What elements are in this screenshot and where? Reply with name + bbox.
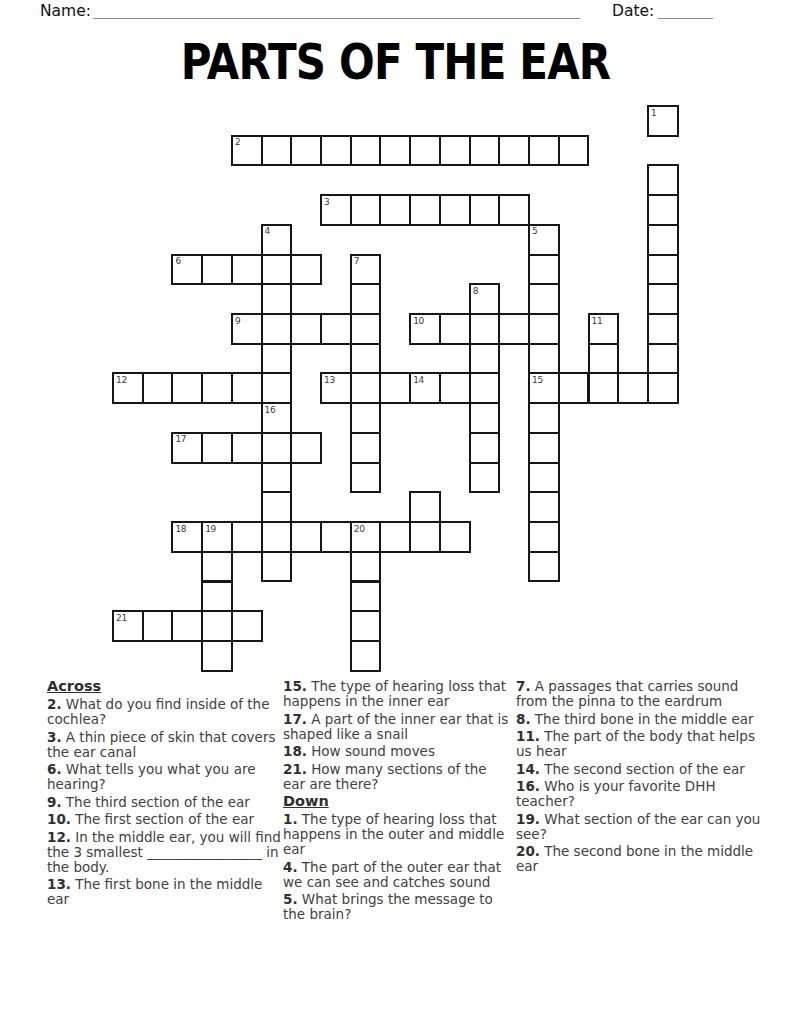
grid-cell-r1c8[interactable]	[350, 135, 382, 167]
cell-number-21: 21	[116, 613, 127, 623]
clue-number: 9.	[47, 794, 62, 810]
grid-cell-r14c7[interactable]	[320, 521, 352, 553]
grid-cell-r16c3[interactable]	[201, 581, 233, 613]
grid-cell-r7c18[interactable]	[647, 313, 679, 345]
clue-text: The type of hearing loss that happens in…	[283, 811, 504, 857]
clue-down-8: 8. The third bone in the middle ear	[516, 712, 774, 727]
grid-cell-r5c14[interactable]	[528, 254, 560, 286]
cell-number-2: 2	[235, 137, 240, 147]
grid-cell-r14c14[interactable]	[528, 521, 560, 553]
grid-cell-r1c11[interactable]	[439, 135, 471, 167]
grid-cell-r1c15[interactable]	[558, 135, 590, 167]
crossword-grid: 123456789101112131415161718192021	[113, 106, 679, 672]
grid-cell-r6c5[interactable]	[261, 283, 293, 315]
grid-cell-r2c18[interactable]	[647, 164, 679, 196]
clue-column-2: 15. The type of hearing loss that happen…	[283, 679, 513, 925]
grid-cell-r9c12[interactable]	[469, 372, 501, 404]
grid-cell-r9c10[interactable]: 14	[409, 372, 441, 404]
grid-cell-r7c6[interactable]	[290, 313, 322, 345]
grid-cell-r8c12[interactable]	[469, 343, 501, 375]
clue-text: The first section of the ear	[71, 811, 254, 827]
grid-cell-r5c5[interactable]	[261, 254, 293, 286]
clue-text: The part of the body that helps us hear	[516, 728, 755, 759]
grid-cell-r1c13[interactable]	[498, 135, 530, 167]
clue-number: 8.	[516, 711, 531, 727]
clue-number: 2.	[47, 696, 62, 712]
grid-cell-r17c3[interactable]	[201, 610, 233, 642]
clue-number: 3.	[47, 729, 62, 745]
grid-cell-r10c14[interactable]	[528, 402, 560, 434]
grid-cell-r10c8[interactable]	[350, 402, 382, 434]
clue-column-1: Across2. What do you find inside of the …	[47, 679, 281, 910]
grid-cell-r5c2[interactable]: 6	[171, 254, 203, 286]
grid-cell-r13c14[interactable]	[528, 491, 560, 523]
clue-across-15: 15. The type of hearing loss that happen…	[283, 679, 513, 709]
grid-cell-r9c15[interactable]	[558, 372, 590, 404]
cell-number-17: 17	[175, 434, 186, 444]
cell-number-14: 14	[413, 375, 424, 385]
grid-cell-r13c5[interactable]	[261, 491, 293, 523]
grid-cell-r11c2[interactable]: 17	[171, 432, 203, 464]
grid-cell-r17c2[interactable]	[171, 610, 203, 642]
grid-cell-r7c10[interactable]: 10	[409, 313, 441, 345]
grid-cell-r15c8[interactable]	[350, 551, 382, 583]
grid-cell-r12c14[interactable]	[528, 462, 560, 494]
clue-text: What do you find inside of the cochlea?	[47, 696, 269, 727]
grid-cell-r1c7[interactable]	[320, 135, 352, 167]
clue-text: The first bone in the middle ear	[47, 876, 262, 907]
grid-cell-r11c5[interactable]	[261, 432, 293, 464]
grid-cell-r7c16[interactable]: 11	[588, 313, 620, 345]
grid-cell-r1c4[interactable]: 2	[231, 135, 263, 167]
grid-cell-r9c7[interactable]: 13	[320, 372, 352, 404]
clue-text: A passages that carries sound from the p…	[516, 678, 738, 709]
clue-number: 11.	[516, 728, 540, 744]
grid-cell-r14c4[interactable]	[231, 521, 263, 553]
grid-cell-r7c14[interactable]	[528, 313, 560, 345]
grid-cell-r15c3[interactable]	[201, 551, 233, 583]
clue-number: 10.	[47, 811, 71, 827]
grid-cell-r15c5[interactable]	[261, 551, 293, 583]
grid-cell-r3c7[interactable]: 3	[320, 194, 352, 226]
cell-number-12: 12	[116, 375, 127, 385]
clue-across-2: 2. What do you find inside of the cochle…	[47, 697, 281, 727]
clue-number: 1.	[283, 811, 298, 827]
cell-number-8: 8	[473, 286, 478, 296]
grid-cell-r3c8[interactable]	[350, 194, 382, 226]
cell-number-15: 15	[532, 375, 543, 385]
grid-cell-r14c9[interactable]	[379, 521, 411, 553]
clue-across-10: 10. The first section of the ear	[47, 812, 281, 827]
grid-cell-r9c18[interactable]	[647, 372, 679, 404]
clue-text: What section of the ear can you see?	[516, 811, 760, 842]
clue-number: 14.	[516, 761, 540, 777]
clue-number: 5.	[283, 891, 298, 907]
grid-cell-r8c8[interactable]	[350, 343, 382, 375]
clue-across-6: 6. What tells you what you are hearing?	[47, 762, 281, 792]
grid-cell-r7c11[interactable]	[439, 313, 471, 345]
clue-down-4: 4. The part of the outer ear that we can…	[283, 860, 513, 890]
grid-cell-r14c3[interactable]: 19	[201, 521, 233, 553]
grid-cell-r12c12[interactable]	[469, 462, 501, 494]
clue-number: 18.	[283, 743, 307, 759]
page-title: PARTS OF THE EAR	[63, 33, 727, 91]
grid-cell-r8c18[interactable]	[647, 343, 679, 375]
grid-cell-r1c9[interactable]	[379, 135, 411, 167]
clue-across-17: 17. A part of the inner ear that is shap…	[283, 712, 513, 742]
cell-number-10: 10	[413, 316, 424, 326]
grid-cell-r3c13[interactable]	[498, 194, 530, 226]
grid-cell-r9c5[interactable]	[261, 372, 293, 404]
cell-number-1: 1	[651, 108, 656, 118]
clue-text: A thin piece of skin that covers the ear…	[47, 729, 275, 760]
clue-number: 7.	[516, 678, 531, 694]
cell-number-19: 19	[205, 524, 216, 534]
clue-column-3: 7. A passages that carries sound from th…	[516, 679, 774, 877]
clues-header-across: Across	[47, 679, 281, 694]
clue-number: 20.	[516, 843, 540, 859]
clue-down-5: 5. What brings the message to the brain?	[283, 892, 513, 922]
clue-across-18: 18. How sound moves	[283, 744, 513, 759]
clue-text: The second bone in the middle ear	[516, 843, 753, 874]
grid-cell-r11c3[interactable]	[201, 432, 233, 464]
grid-cell-r5c8[interactable]: 7	[350, 254, 382, 286]
clue-text: How many sections of the ear are there?	[283, 761, 487, 792]
grid-cell-r7c8[interactable]	[350, 313, 382, 345]
grid-cell-r8c16[interactable]	[588, 343, 620, 375]
grid-cell-r7c4[interactable]: 9	[231, 313, 263, 345]
grid-cell-r5c4[interactable]	[231, 254, 263, 286]
grid-cell-r14c11[interactable]	[439, 521, 471, 553]
clue-number: 4.	[283, 859, 298, 875]
grid-cell-r9c17[interactable]	[617, 372, 649, 404]
clue-across-3: 3. A thin piece of skin that covers the …	[47, 730, 281, 760]
clue-across-12: 12. In the middle ear, you will find the…	[47, 830, 281, 875]
clue-text: The type of hearing loss that happens in…	[283, 678, 506, 709]
clue-across-13: 13. The first bone in the middle ear	[47, 877, 281, 907]
grid-cell-r9c11[interactable]	[439, 372, 471, 404]
grid-cell-r1c10[interactable]	[409, 135, 441, 167]
clue-number: 13.	[47, 876, 71, 892]
grid-cell-r9c9[interactable]	[379, 372, 411, 404]
grid-cell-r3c12[interactable]	[469, 194, 501, 226]
clue-number: 17.	[283, 711, 307, 727]
grid-cell-r9c16[interactable]	[588, 372, 620, 404]
grid-cell-r1c5[interactable]	[261, 135, 293, 167]
grid-cell-r6c8[interactable]	[350, 283, 382, 315]
grid-cell-r5c3[interactable]	[201, 254, 233, 286]
grid-cell-r3c10[interactable]	[409, 194, 441, 226]
grid-cell-r14c6[interactable]	[290, 521, 322, 553]
clue-number: 15.	[283, 678, 307, 694]
cell-number-7: 7	[354, 256, 359, 266]
clue-text: What brings the message to the brain?	[283, 891, 493, 922]
grid-cell-r9c3[interactable]	[201, 372, 233, 404]
worksheet-page: Name: Date: PARTS OF THE EAR 12345678910…	[0, 0, 791, 1024]
grid-cell-r18c8[interactable]	[350, 640, 382, 672]
grid-cell-r5c18[interactable]	[647, 254, 679, 286]
grid-cell-r17c0[interactable]: 21	[112, 610, 144, 642]
grid-cell-r11c14[interactable]	[528, 432, 560, 464]
grid-cell-r13c10[interactable]	[409, 491, 441, 523]
cell-number-9: 9	[235, 316, 240, 326]
grid-cell-r16c8[interactable]	[350, 581, 382, 613]
grid-cell-r9c0[interactable]: 12	[112, 372, 144, 404]
grid-cell-r0c18[interactable]: 1	[647, 105, 679, 137]
grid-cell-r7c12[interactable]	[469, 313, 501, 345]
name-write-line[interactable]	[93, 2, 580, 19]
grid-cell-r8c5[interactable]	[261, 343, 293, 375]
grid-cell-r17c4[interactable]	[231, 610, 263, 642]
grid-cell-r4c5[interactable]: 4	[261, 224, 293, 256]
date-label: Date:	[612, 2, 654, 20]
clue-text: The third section of the ear	[62, 794, 250, 810]
grid-cell-r1c12[interactable]	[469, 135, 501, 167]
clue-down-19: 19. What section of the ear can you see?	[516, 812, 774, 842]
clue-number: 6.	[47, 761, 62, 777]
grid-cell-r9c4[interactable]	[231, 372, 263, 404]
grid-cell-r9c14[interactable]: 15	[528, 372, 560, 404]
grid-cell-r1c14[interactable]	[528, 135, 560, 167]
grid-cell-r7c7[interactable]	[320, 313, 352, 345]
clue-text: What tells you what you are hearing?	[47, 761, 256, 792]
name-label: Name:	[40, 2, 91, 20]
grid-cell-r11c12[interactable]	[469, 432, 501, 464]
clue-down-7: 7. A passages that carries sound from th…	[516, 679, 774, 709]
grid-cell-r14c10[interactable]	[409, 521, 441, 553]
clue-down-14: 14. The second section of the ear	[516, 762, 774, 777]
clue-text: A part of the inner ear that is shaped l…	[283, 711, 508, 742]
grid-cell-r10c12[interactable]	[469, 402, 501, 434]
clue-down-11: 11. The part of the body that helps us h…	[516, 729, 774, 759]
clue-text: In the middle ear, you will find the 3 s…	[47, 829, 281, 875]
grid-cell-r9c1[interactable]	[142, 372, 174, 404]
grid-cell-r5c6[interactable]	[290, 254, 322, 286]
cell-number-4: 4	[265, 226, 270, 236]
clue-text: Who is your favorite DHH teacher?	[516, 778, 716, 809]
grid-cell-r6c14[interactable]	[528, 283, 560, 315]
clue-number: 21.	[283, 761, 307, 777]
grid-cell-r11c8[interactable]	[350, 432, 382, 464]
clue-text: The part of the outer ear that we can se…	[283, 859, 501, 890]
clue-down-1: 1. The type of hearing loss that happens…	[283, 812, 513, 857]
grid-cell-r7c5[interactable]	[261, 313, 293, 345]
clue-number: 16.	[516, 778, 540, 794]
date-write-line[interactable]	[658, 2, 713, 19]
grid-cell-r4c18[interactable]	[647, 224, 679, 256]
grid-cell-r14c2[interactable]: 18	[171, 521, 203, 553]
grid-cell-r8c14[interactable]	[528, 343, 560, 375]
cell-number-11: 11	[592, 316, 603, 326]
clues-header-down: Down	[283, 794, 513, 809]
grid-cell-r12c8[interactable]	[350, 462, 382, 494]
grid-cell-r4c14[interactable]: 5	[528, 224, 560, 256]
grid-cell-r14c8[interactable]: 20	[350, 521, 382, 553]
grid-cell-r9c8[interactable]	[350, 372, 382, 404]
grid-cell-r9c2[interactable]	[171, 372, 203, 404]
cell-number-18: 18	[175, 524, 186, 534]
clue-text: How sound moves	[307, 743, 435, 759]
grid-cell-r7c13[interactable]	[498, 313, 530, 345]
cell-number-20: 20	[354, 524, 365, 534]
cell-number-6: 6	[175, 256, 180, 266]
clue-text: The third bone in the middle ear	[531, 711, 754, 727]
grid-cell-r10c5[interactable]: 16	[261, 402, 293, 434]
clue-text: The second section of the ear	[540, 761, 745, 777]
grid-cell-r11c6[interactable]	[290, 432, 322, 464]
grid-cell-r1c6[interactable]	[290, 135, 322, 167]
clue-number: 19.	[516, 811, 540, 827]
grid-cell-r18c3[interactable]	[201, 640, 233, 672]
cell-number-5: 5	[532, 226, 537, 236]
grid-cell-r6c12[interactable]: 8	[469, 283, 501, 315]
grid-cell-r17c1[interactable]	[142, 610, 174, 642]
cell-number-3: 3	[324, 197, 329, 207]
cell-number-16: 16	[265, 405, 276, 415]
clue-across-9: 9. The third section of the ear	[47, 795, 281, 810]
grid-cell-r3c9[interactable]	[379, 194, 411, 226]
grid-cell-r3c18[interactable]	[647, 194, 679, 226]
grid-cell-r14c5[interactable]	[261, 521, 293, 553]
grid-cell-r15c14[interactable]	[528, 551, 560, 583]
cell-number-13: 13	[324, 375, 335, 385]
grid-cell-r6c18[interactable]	[647, 283, 679, 315]
grid-cell-r11c4[interactable]	[231, 432, 263, 464]
grid-cell-r12c5[interactable]	[261, 462, 293, 494]
clue-number: 12.	[47, 829, 71, 845]
grid-cell-r17c8[interactable]	[350, 610, 382, 642]
grid-cell-r3c11[interactable]	[439, 194, 471, 226]
clue-down-16: 16. Who is your favorite DHH teacher?	[516, 779, 774, 809]
clue-across-21: 21. How many sections of the ear are the…	[283, 762, 513, 792]
clue-down-20: 20. The second bone in the middle ear	[516, 844, 774, 874]
